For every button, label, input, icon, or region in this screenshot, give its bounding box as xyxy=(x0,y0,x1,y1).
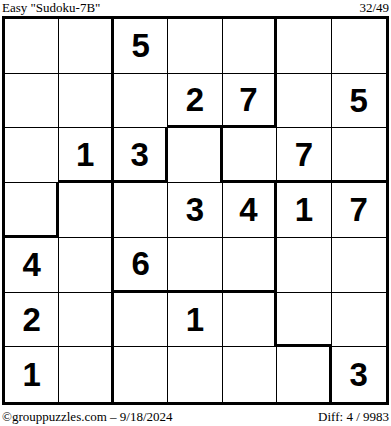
cell-r6c1[interactable]: 2 xyxy=(5,293,59,348)
cell-r4c3[interactable] xyxy=(114,183,168,238)
cell-r3c5[interactable] xyxy=(223,128,277,183)
cell-r7c1[interactable]: 1 xyxy=(5,347,59,402)
cell-r2c5[interactable]: 7 xyxy=(223,74,277,129)
cell-r1c7[interactable] xyxy=(332,19,386,74)
cell-r2c3[interactable] xyxy=(114,74,168,129)
cell-r1c1[interactable] xyxy=(5,19,59,74)
cell-r6c7[interactable] xyxy=(332,293,386,348)
cell-r5c2[interactable] xyxy=(59,238,113,293)
cell-r4c6[interactable]: 1 xyxy=(277,183,331,238)
cell-r4c2[interactable] xyxy=(59,183,113,238)
cell-r7c4[interactable] xyxy=(168,347,222,402)
cell-r6c6[interactable] xyxy=(277,293,331,348)
cell-r5c3[interactable]: 6 xyxy=(114,238,168,293)
cell-r1c3[interactable]: 5 xyxy=(114,19,168,74)
cell-r6c2[interactable] xyxy=(59,293,113,348)
cell-r6c5[interactable] xyxy=(223,293,277,348)
puzzle-counter: 32/49 xyxy=(359,0,389,16)
cell-r6c3[interactable] xyxy=(114,293,168,348)
cell-r7c7[interactable]: 3 xyxy=(332,347,386,402)
copyright-text: ©grouppuzzles.com – 9/18/2024 xyxy=(2,409,173,425)
cell-r1c2[interactable] xyxy=(59,19,113,74)
cell-r3c2[interactable]: 1 xyxy=(59,128,113,183)
cell-r3c4[interactable] xyxy=(168,128,222,183)
cell-r5c7[interactable] xyxy=(332,238,386,293)
difficulty-text: Diff: 4 / 9983 xyxy=(318,409,389,425)
cell-r7c6[interactable] xyxy=(277,347,331,402)
cell-r5c1[interactable]: 4 xyxy=(5,238,59,293)
cell-r4c1[interactable] xyxy=(5,183,59,238)
board: 52751373417462113 xyxy=(2,16,389,405)
cell-r7c5[interactable] xyxy=(223,347,277,402)
page-title: Easy "Sudoku-7B" xyxy=(2,0,100,16)
cell-r2c1[interactable] xyxy=(5,74,59,129)
cell-r7c2[interactable] xyxy=(59,347,113,402)
cell-r4c5[interactable]: 4 xyxy=(223,183,277,238)
cell-r2c2[interactable] xyxy=(59,74,113,129)
cell-r6c4[interactable]: 1 xyxy=(168,293,222,348)
cell-r4c7[interactable]: 7 xyxy=(332,183,386,238)
cell-r4c4[interactable]: 3 xyxy=(168,183,222,238)
cell-r1c5[interactable] xyxy=(223,19,277,74)
cell-r3c7[interactable] xyxy=(332,128,386,183)
cell-r2c7[interactable]: 5 xyxy=(332,74,386,129)
cell-r5c6[interactable] xyxy=(277,238,331,293)
cell-r3c1[interactable] xyxy=(5,128,59,183)
cell-r1c6[interactable] xyxy=(277,19,331,74)
cell-r7c3[interactable] xyxy=(114,347,168,402)
cell-r2c6[interactable] xyxy=(277,74,331,129)
cell-r3c3[interactable]: 3 xyxy=(114,128,168,183)
cell-r2c4[interactable]: 2 xyxy=(168,74,222,129)
cell-r3c6[interactable]: 7 xyxy=(277,128,331,183)
cell-r5c4[interactable] xyxy=(168,238,222,293)
cell-r1c4[interactable] xyxy=(168,19,222,74)
cell-r5c5[interactable] xyxy=(223,238,277,293)
